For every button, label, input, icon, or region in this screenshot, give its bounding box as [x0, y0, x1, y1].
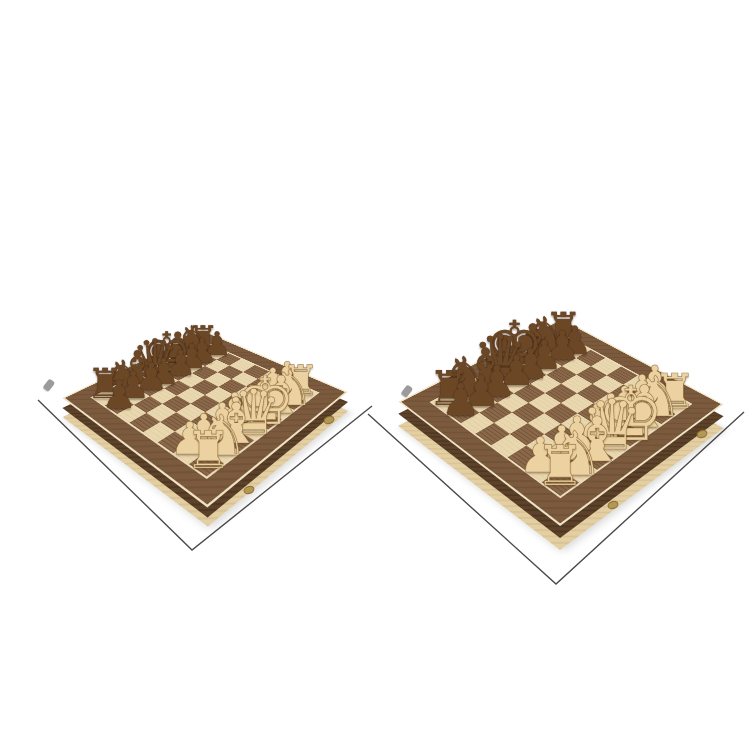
product-photo-stage: ♜♞♝♛♚♝♞♜♟♟♟♟♟♟♟♟♟♟♟♟♟♟♟♟♜♞♝♛♚♝♞♜♜♞♝♛♚♝♞♜…	[0, 0, 750, 750]
